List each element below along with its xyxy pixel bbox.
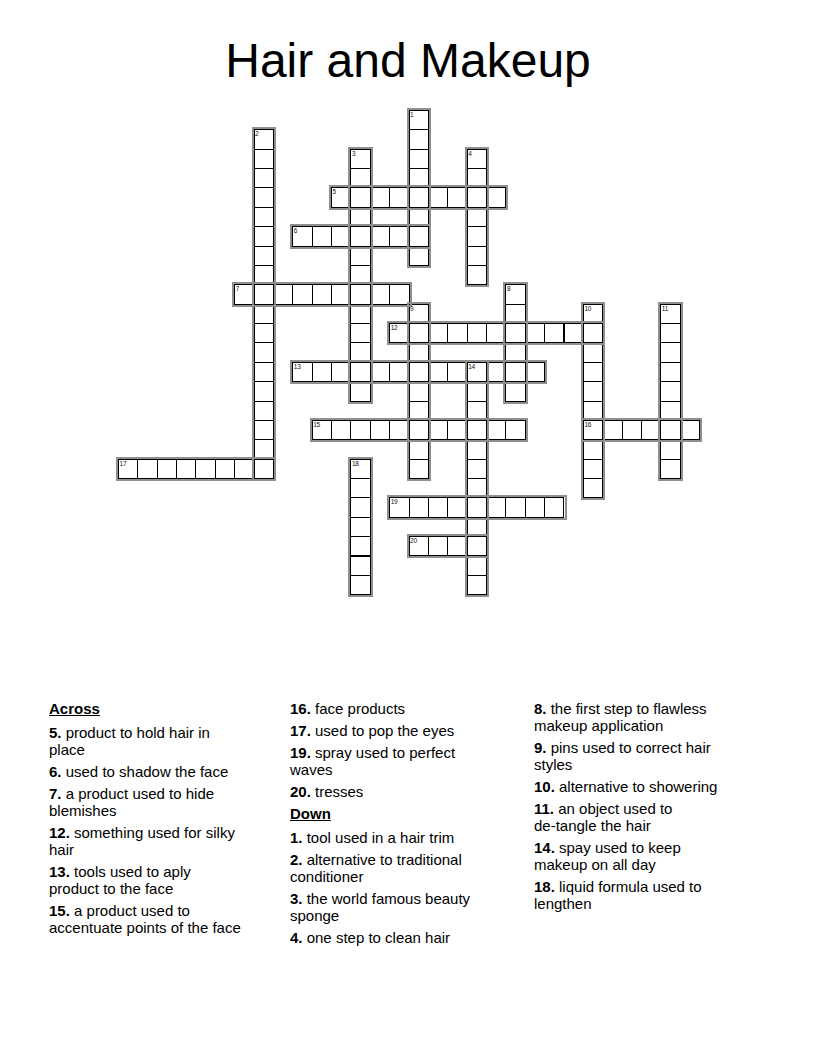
cell-r20c15	[409, 497, 429, 517]
cell-r16c29	[680, 420, 700, 440]
cell-r16c19	[486, 420, 506, 440]
cell-r10c7	[254, 304, 274, 324]
cell-r20c20	[505, 497, 525, 517]
cell-number-10: 10	[584, 305, 591, 312]
cell-r17c24	[583, 439, 603, 459]
cell-r18c7	[254, 459, 274, 479]
clue-number-label: 11.	[534, 800, 554, 817]
clue-text: pins used to correct hair styles	[534, 739, 711, 773]
clue-across-15: 15. a product used to accentuate points …	[49, 902, 277, 936]
clue-number-label: 14.	[534, 839, 555, 856]
cell-r1c15	[409, 129, 429, 149]
clue-number-label: 7.	[49, 785, 62, 802]
clue-number-label: 16.	[290, 700, 311, 717]
clue-number-label: 12.	[49, 824, 70, 841]
cell-r13c16	[428, 362, 448, 382]
cell-r2c15	[409, 149, 429, 169]
clue-text: used to shadow the face	[62, 763, 229, 780]
cell-r16c25	[602, 420, 622, 440]
cell-number-3: 3	[352, 150, 355, 157]
clue-text: a product used to accentuate points of t…	[49, 902, 241, 936]
cell-r12c28	[660, 342, 680, 362]
cell-r7c12	[350, 246, 370, 266]
cell-r7c15	[409, 246, 429, 266]
cell-r11c15	[409, 323, 429, 343]
cell-r4c18	[467, 187, 487, 207]
cell-r9c10	[312, 284, 332, 304]
cell-r13c28	[660, 362, 680, 382]
cell-r18c5	[215, 459, 235, 479]
clue-number-label: 15.	[49, 902, 70, 919]
cell-r16c20	[505, 420, 525, 440]
cell-r11c19	[486, 323, 506, 343]
cell-r9c8	[273, 284, 293, 304]
clue-across-7: 7. a product used to hide blemishes	[49, 785, 277, 819]
cell-r18c2	[157, 459, 177, 479]
cell-r20c12	[350, 497, 370, 517]
cell-r13c15	[409, 362, 429, 382]
clue-text: spray used to perfect waves	[290, 744, 455, 778]
clue-text: face products	[311, 700, 405, 717]
cell-r18c28	[660, 459, 680, 479]
cell-r3c7	[254, 168, 274, 188]
cell-r6c11	[331, 226, 351, 246]
cell-r4c14	[389, 187, 409, 207]
cell-r9c9	[292, 284, 312, 304]
cell-r13c21	[525, 362, 545, 382]
clue-number-label: 10.	[534, 778, 555, 795]
cell-number-17: 17	[120, 460, 127, 467]
cell-r24c12	[350, 575, 370, 595]
clue-number-label: 4.	[290, 929, 303, 946]
clue-across-12: 12. something used for silky hair	[49, 824, 277, 858]
cell-r20c19	[486, 497, 506, 517]
cell-r13c19	[486, 362, 506, 382]
clue-number-label: 6.	[49, 763, 62, 780]
cell-r8c12	[350, 265, 370, 285]
cell-number-20: 20	[410, 537, 417, 544]
cell-r11c7	[254, 323, 274, 343]
cell-number-18: 18	[352, 460, 359, 467]
clue-across-13: 13. tools used to aply product to the fa…	[49, 863, 277, 897]
cell-r18c6	[234, 459, 254, 479]
down-header: Down	[290, 805, 518, 822]
cell-r11c24	[583, 323, 603, 343]
clue-number-label: 9.	[534, 739, 547, 756]
cell-r20c16	[428, 497, 448, 517]
worksheet-page: { "game": "crossword", "title": "Hair an…	[0, 0, 816, 1056]
clue-text: tools used to aply product to the face	[49, 863, 191, 897]
cell-r4c19	[486, 187, 506, 207]
clue-number-label: 3.	[290, 890, 303, 907]
cell-number-5: 5	[333, 188, 336, 195]
cell-number-9: 9	[410, 305, 413, 312]
cell-r20c22	[544, 497, 564, 517]
cell-r20c18	[467, 497, 487, 517]
cell-r23c18	[467, 556, 487, 576]
cell-r4c15	[409, 187, 429, 207]
cell-r15c28	[660, 401, 680, 421]
cell-r4c13	[370, 187, 390, 207]
cell-r11c17	[447, 323, 467, 343]
cell-r18c15	[409, 459, 429, 479]
cell-number-2: 2	[255, 130, 258, 137]
cell-r9c12	[350, 284, 370, 304]
cell-r13c12	[350, 362, 370, 382]
cell-r11c12	[350, 323, 370, 343]
cell-r14c15	[409, 381, 429, 401]
clue-across-19: 19. spray used to perfect waves	[290, 744, 518, 778]
clue-text: spay used to keep makeup on all day	[534, 839, 681, 873]
cell-number-16: 16	[584, 421, 591, 428]
cell-r18c24	[583, 459, 603, 479]
cell-r12c12	[350, 342, 370, 362]
cell-r9c13	[370, 284, 390, 304]
cell-r14c7	[254, 381, 274, 401]
cell-r11c20	[505, 323, 525, 343]
cell-r12c15	[409, 342, 429, 362]
clue-text: alternative to showering	[555, 778, 718, 795]
cell-r22c17	[447, 536, 467, 556]
cell-number-7: 7	[236, 285, 239, 292]
cell-r6c10	[312, 226, 332, 246]
cell-r16c18	[467, 420, 487, 440]
cell-r5c18	[467, 207, 487, 227]
cell-r13c7	[254, 362, 274, 382]
cell-r23c12	[350, 556, 370, 576]
cell-number-11: 11	[662, 305, 668, 312]
cell-r13c13	[370, 362, 390, 382]
cell-number-12: 12	[391, 324, 398, 331]
cell-r16c16	[428, 420, 448, 440]
cell-r17c7	[254, 439, 274, 459]
clue-text: one step to clean hair	[303, 929, 451, 946]
clue-across-5: 5. product to hold hair in place	[49, 724, 277, 758]
cell-r16c26	[622, 420, 642, 440]
cell-r14c12	[350, 381, 370, 401]
cell-r14c28	[660, 381, 680, 401]
clue-down-2: 2. alternative to traditional conditione…	[290, 851, 518, 885]
cell-r6c15	[409, 226, 429, 246]
cell-number-15: 15	[313, 421, 320, 428]
cell-r7c7	[254, 246, 274, 266]
cell-r7c18	[467, 246, 487, 266]
clue-text: a product used to hide blemishes	[49, 785, 214, 819]
clue-number-label: 18.	[534, 878, 555, 895]
clue-number-label: 2.	[290, 851, 303, 868]
clue-text: the world famous beauty sponge	[290, 890, 470, 924]
cell-r16c12	[350, 420, 370, 440]
cell-r18c18	[467, 459, 487, 479]
cell-r16c27	[641, 420, 661, 440]
cell-r3c12	[350, 168, 370, 188]
cell-number-1: 1	[410, 111, 413, 118]
clue-number-label: 20.	[290, 783, 311, 800]
cell-r13c17	[447, 362, 467, 382]
cell-r11c23	[564, 323, 584, 343]
cell-r6c13	[370, 226, 390, 246]
cell-r14c24	[583, 381, 603, 401]
cell-r16c28	[660, 420, 680, 440]
clue-text: the first step to flawless makeup applic…	[534, 700, 707, 734]
cell-r9c14	[389, 284, 409, 304]
cell-r20c17	[447, 497, 467, 517]
cell-r13c24	[583, 362, 603, 382]
cell-r8c7	[254, 265, 274, 285]
clue-down-10: 10. alternative to showering	[534, 778, 762, 795]
clue-down-18: 18. liquid formula used to lengthen	[534, 878, 762, 912]
clue-column-2: 16. face products17. used to pop the eye…	[290, 700, 518, 951]
clue-text: product to hold hair in place	[49, 724, 210, 758]
cell-r6c14	[389, 226, 409, 246]
cell-r24c18	[467, 575, 487, 595]
cell-number-19: 19	[391, 498, 398, 505]
clue-across-20: 20. tresses	[290, 783, 518, 800]
cell-r16c7	[254, 420, 274, 440]
cell-r2c7	[254, 149, 274, 169]
cell-r21c12	[350, 517, 370, 537]
page-title: Hair and Makeup	[0, 33, 816, 88]
cell-r22c12	[350, 536, 370, 556]
cell-r4c7	[254, 187, 274, 207]
cell-r13c10	[312, 362, 332, 382]
cell-r3c15	[409, 168, 429, 188]
cell-r6c7	[254, 226, 274, 246]
clue-column-1: Across5. product to hold hair in place6.…	[49, 700, 277, 941]
cell-r11c22	[544, 323, 564, 343]
cell-r16c17	[447, 420, 467, 440]
clue-text: tresses	[311, 783, 364, 800]
cell-r12c24	[583, 342, 603, 362]
clue-text: liquid formula used to lengthen	[534, 878, 702, 912]
cell-r17c18	[467, 439, 487, 459]
cell-r5c15	[409, 207, 429, 227]
clue-number-label: 5.	[49, 724, 62, 741]
clue-down-14: 14. spay used to keep makeup on all day	[534, 839, 762, 873]
cell-r16c11	[331, 420, 351, 440]
cell-r4c16	[428, 187, 448, 207]
cell-r18c3	[176, 459, 196, 479]
cell-r4c12	[350, 187, 370, 207]
cell-r19c18	[467, 478, 487, 498]
cell-r17c15	[409, 439, 429, 459]
clue-down-4: 4. one step to clean hair	[290, 929, 518, 946]
clue-text: an object used to de-tangle the hair	[534, 800, 672, 834]
clue-number-label: 8.	[534, 700, 547, 717]
cell-r9c11	[331, 284, 351, 304]
cell-r18c4	[195, 459, 215, 479]
cell-r13c11	[331, 362, 351, 382]
cell-r11c28	[660, 323, 680, 343]
cell-number-6: 6	[294, 227, 297, 234]
cell-r12c20	[505, 342, 525, 362]
cell-r10c20	[505, 304, 525, 324]
cell-number-4: 4	[468, 150, 471, 157]
clue-across-16: 16. face products	[290, 700, 518, 717]
cell-r16c15	[409, 420, 429, 440]
cell-r8c18	[467, 265, 487, 285]
clue-number-label: 13.	[49, 863, 70, 880]
clue-number-label: 1.	[290, 829, 303, 846]
cell-r13c14	[389, 362, 409, 382]
cell-r19c24	[583, 478, 603, 498]
clue-text: used to pop the eyes	[311, 722, 454, 739]
cell-r13c20	[505, 362, 525, 382]
cell-r16c13	[370, 420, 390, 440]
cell-r11c21	[525, 323, 545, 343]
clue-down-11: 11. an object used to de-tangle the hair	[534, 800, 762, 834]
clue-column-3: 8. the first step to flawless makeup app…	[534, 700, 762, 917]
cell-r15c18	[467, 401, 487, 421]
clue-text: something used for silky hair	[49, 824, 235, 858]
cell-r3c18	[467, 168, 487, 188]
cell-r14c20	[505, 381, 525, 401]
cell-r22c16	[428, 536, 448, 556]
cell-r15c7	[254, 401, 274, 421]
clue-text: alternative to traditional conditioner	[290, 851, 462, 885]
clue-text: tool used in a hair trim	[303, 829, 455, 846]
clue-down-1: 1. tool used in a hair trim	[290, 829, 518, 846]
clue-across-17: 17. used to pop the eyes	[290, 722, 518, 739]
clue-number-label: 19.	[290, 744, 311, 761]
cell-r15c15	[409, 401, 429, 421]
cell-r11c18	[467, 323, 487, 343]
clue-down-8: 8. the first step to flawless makeup app…	[534, 700, 762, 734]
cell-r10c12	[350, 304, 370, 324]
cell-r19c12	[350, 478, 370, 498]
cell-number-13: 13	[294, 363, 301, 370]
cell-r22c18	[467, 536, 487, 556]
cell-r16c14	[389, 420, 409, 440]
cell-r6c18	[467, 226, 487, 246]
cell-r6c12	[350, 226, 370, 246]
clue-down-9: 9. pins used to correct hair styles	[534, 739, 762, 773]
clue-down-3: 3. the world famous beauty sponge	[290, 890, 518, 924]
cell-r20c21	[525, 497, 545, 517]
cell-number-14: 14	[468, 363, 475, 370]
cell-r5c7	[254, 207, 274, 227]
cell-r17c28	[660, 439, 680, 459]
cell-r14c18	[467, 381, 487, 401]
cell-r21c18	[467, 517, 487, 537]
cell-r4c17	[447, 187, 467, 207]
cell-r9c7	[254, 284, 274, 304]
cell-number-8: 8	[507, 285, 510, 292]
cell-r5c12	[350, 207, 370, 227]
cell-r18c1	[137, 459, 157, 479]
cell-r12c7	[254, 342, 274, 362]
across-header: Across	[49, 700, 277, 717]
cell-r11c16	[428, 323, 448, 343]
clue-number-label: 17.	[290, 722, 311, 739]
cell-r15c24	[583, 401, 603, 421]
clue-across-6: 6. used to shadow the face	[49, 763, 277, 780]
